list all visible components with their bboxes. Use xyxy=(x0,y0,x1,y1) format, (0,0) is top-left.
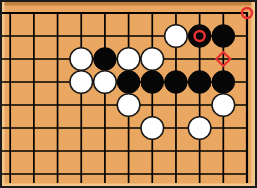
black-stone xyxy=(188,25,211,48)
white-stone xyxy=(188,117,211,140)
black-stone xyxy=(117,71,140,94)
white-stone xyxy=(212,94,235,117)
white-stone xyxy=(141,117,164,140)
frame-band-left xyxy=(2,2,5,186)
black-stone xyxy=(212,25,235,48)
black-stone xyxy=(212,71,235,94)
white-stone xyxy=(70,48,93,71)
frame-band-top xyxy=(2,2,255,6)
go-diagram xyxy=(0,0,257,188)
black-stone xyxy=(94,48,117,71)
white-stone xyxy=(165,25,188,48)
white-stone xyxy=(94,71,117,94)
frame-band-bottom xyxy=(2,184,255,187)
white-stone xyxy=(141,48,164,71)
white-stone xyxy=(70,71,93,94)
go-board xyxy=(0,0,257,188)
frame-band-right xyxy=(252,2,256,186)
white-stone xyxy=(117,94,140,117)
white-stone xyxy=(117,48,140,71)
board-svg xyxy=(0,0,257,188)
black-stone xyxy=(141,71,164,94)
black-stone xyxy=(165,71,188,94)
black-stone xyxy=(188,71,211,94)
